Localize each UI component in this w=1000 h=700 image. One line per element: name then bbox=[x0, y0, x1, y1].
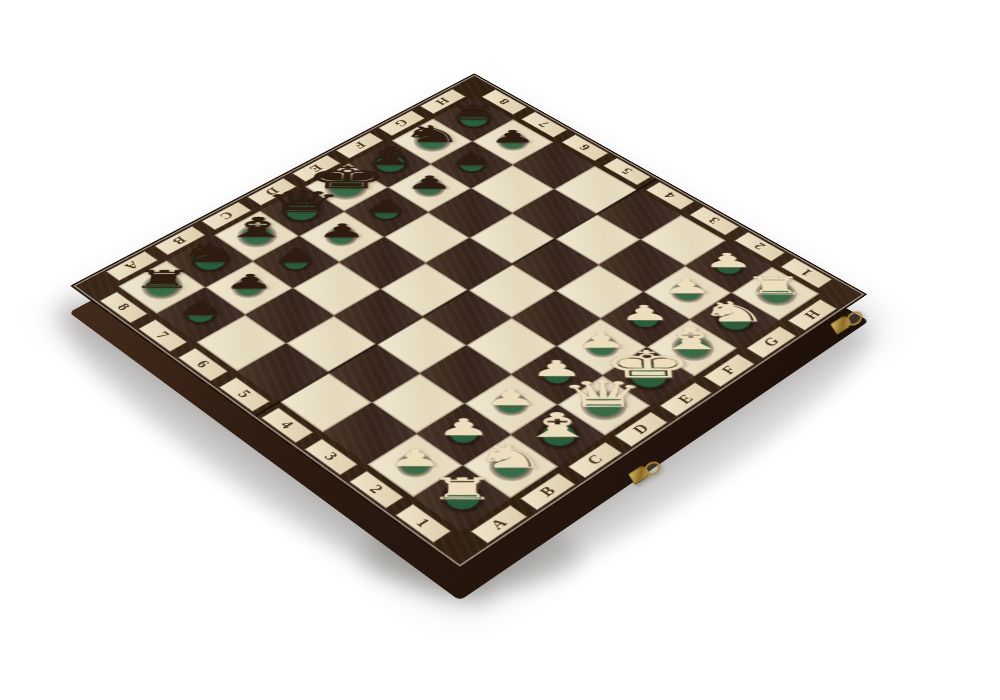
square-d2 bbox=[511, 346, 603, 404]
rank-label: 7 bbox=[536, 120, 552, 129]
rank-label: 8 bbox=[114, 302, 133, 313]
square-c3 bbox=[420, 345, 511, 403]
square-d1 bbox=[557, 375, 650, 435]
board-scene: ABCDEFGH8877665544332211ABCDEFGH ♜♞♝♛♚♝♞… bbox=[0, 0, 1000, 700]
file-label: G bbox=[760, 335, 782, 349]
square-c1 bbox=[511, 405, 605, 467]
rank-label: 4 bbox=[277, 419, 297, 432]
rank-label: 1 bbox=[413, 516, 433, 530]
square-b3 bbox=[372, 373, 465, 433]
file-label: C bbox=[584, 452, 607, 467]
square-c2 bbox=[465, 374, 558, 434]
square-b4 bbox=[328, 344, 419, 402]
square-d4 bbox=[423, 290, 512, 345]
file-label: A bbox=[488, 516, 511, 532]
square-a4 bbox=[279, 372, 372, 432]
file-label: D bbox=[630, 422, 652, 437]
square-a2 bbox=[367, 434, 463, 498]
rank-label: 5 bbox=[235, 388, 255, 400]
square-e2 bbox=[557, 319, 647, 376]
square-e3 bbox=[512, 291, 601, 346]
rank-label: 6 bbox=[193, 359, 212, 371]
file-label: F bbox=[719, 364, 740, 377]
square-c5 bbox=[334, 289, 423, 344]
rank-label: 5 bbox=[618, 167, 635, 177]
rank-label: 4 bbox=[661, 191, 678, 201]
square-e1 bbox=[603, 347, 695, 406]
file-label: E bbox=[675, 392, 696, 406]
chess-board: ABCDEFGH8877665544332211ABCDEFGH ♜♞♝♛♚♝♞… bbox=[70, 73, 867, 569]
rank-label: 3 bbox=[706, 216, 723, 226]
square-c4 bbox=[376, 317, 466, 374]
square-a1 bbox=[413, 466, 510, 532]
rank-label: 6 bbox=[577, 143, 594, 152]
square-b5 bbox=[286, 316, 376, 373]
square-a6 bbox=[196, 315, 286, 372]
rank-label: 7 bbox=[153, 330, 172, 341]
product-photo: ABCDEFGH8877665544332211ABCDEFGH ♜♞♝♛♚♝♞… bbox=[0, 0, 1000, 700]
square-b2 bbox=[417, 404, 511, 466]
square-f1 bbox=[647, 320, 737, 377]
rank-label: 2 bbox=[751, 241, 768, 251]
square-b1 bbox=[463, 435, 559, 499]
square-a5 bbox=[237, 343, 328, 401]
file-label: B bbox=[537, 484, 559, 499]
file-label: H bbox=[802, 308, 824, 321]
board-grid: ABCDEFGH8877665544332211ABCDEFGH bbox=[70, 73, 867, 569]
square-a3 bbox=[323, 403, 417, 465]
rank-label: 3 bbox=[321, 450, 341, 463]
square-d3 bbox=[466, 318, 556, 375]
rank-label: 2 bbox=[366, 483, 386, 496]
square-b6 bbox=[245, 288, 334, 343]
